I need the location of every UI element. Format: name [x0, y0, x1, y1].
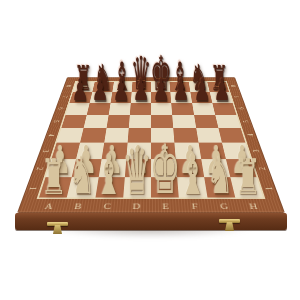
rank-label-8: 8: [65, 85, 73, 87]
square-g7: [190, 92, 212, 103]
square-f3: [175, 143, 201, 159]
square-h8: [207, 82, 229, 92]
square-f6: [171, 103, 193, 115]
rank-label-7: 7: [61, 96, 69, 98]
brass-clasp-left-icon: [47, 221, 68, 236]
square-d3: [126, 143, 151, 159]
board-grid: [37, 81, 266, 199]
square-e3: [151, 143, 176, 159]
square-h5: [215, 115, 241, 128]
square-c2: [98, 159, 126, 177]
square-c8: [112, 82, 132, 92]
square-c1: [95, 177, 125, 197]
board-frame: 87654321 87654321 ABCDEFGH: [17, 77, 285, 213]
square-e1: [151, 177, 179, 197]
file-label-f: F: [180, 199, 211, 213]
square-c6: [108, 103, 130, 115]
square-h2: [226, 159, 257, 177]
square-e5: [151, 115, 173, 128]
square-d4: [127, 128, 151, 143]
product-photo-background: 87654321 87654321 ABCDEFGH ♜♞♝♛♚♝♞♜♟♟♟♟♟…: [0, 0, 300, 300]
file-label-c: C: [92, 199, 123, 213]
rank-label-7: 7: [233, 96, 241, 98]
square-g6: [192, 103, 215, 115]
square-f2: [176, 159, 204, 177]
square-e6: [151, 103, 172, 115]
square-d5: [129, 115, 151, 128]
brass-clasp-right-icon: [219, 218, 240, 233]
rank-cell: 7: [230, 91, 244, 102]
chess-board: 87654321 87654321 ABCDEFGH: [17, 77, 285, 213]
square-b3: [76, 143, 104, 159]
square-f4: [173, 128, 198, 143]
rank-label-2: 2: [257, 167, 268, 170]
square-d2: [125, 159, 151, 177]
square-f5: [172, 115, 195, 128]
file-label-e: E: [151, 199, 181, 213]
rank-label-2: 2: [35, 167, 46, 170]
square-b7: [90, 92, 112, 103]
square-b2: [72, 159, 101, 177]
square-b8: [93, 82, 114, 92]
file-label-h: H: [237, 199, 270, 213]
square-d7: [131, 92, 151, 103]
rank-label-8: 8: [229, 85, 237, 87]
square-h1: [230, 177, 263, 197]
square-h3: [222, 143, 251, 159]
square-h4: [218, 128, 245, 143]
square-d6: [130, 103, 151, 115]
rank-label-3: 3: [41, 150, 51, 153]
rank-label-1: 1: [27, 186, 38, 190]
square-f1: [177, 177, 207, 197]
square-c7: [110, 92, 131, 103]
square-h7: [209, 92, 232, 103]
rank-label-1: 1: [263, 186, 274, 190]
square-e8: [151, 82, 170, 92]
square-c5: [106, 115, 129, 128]
square-b1: [67, 177, 98, 197]
rank-label-6: 6: [57, 107, 66, 109]
rank-cell: 8: [227, 81, 240, 91]
rank-label-6: 6: [237, 107, 246, 109]
square-h6: [212, 103, 236, 115]
file-labels-bottom: ABCDEFGH: [32, 199, 270, 213]
square-e7: [151, 92, 171, 103]
square-c3: [101, 143, 127, 159]
square-c4: [104, 128, 129, 143]
square-g8: [188, 82, 209, 92]
file-label-g: G: [208, 199, 240, 213]
clasp-hasp: [53, 225, 62, 234]
square-e2: [151, 159, 177, 177]
file-label-d: D: [121, 199, 151, 213]
clasp-hasp: [225, 222, 234, 231]
square-b5: [84, 115, 109, 128]
rank-label-4: 4: [47, 134, 57, 137]
file-label-a: A: [32, 199, 65, 213]
rank-label-5: 5: [241, 120, 250, 122]
rank-label-4: 4: [246, 134, 256, 137]
square-d1: [123, 177, 151, 197]
square-f7: [170, 92, 191, 103]
square-e4: [151, 128, 175, 143]
square-b6: [87, 103, 110, 115]
square-b4: [80, 128, 106, 143]
rank-label-5: 5: [52, 120, 61, 122]
square-f8: [170, 82, 190, 92]
file-label-b: B: [62, 199, 94, 213]
rank-label-3: 3: [251, 150, 261, 153]
square-d8: [132, 82, 151, 92]
